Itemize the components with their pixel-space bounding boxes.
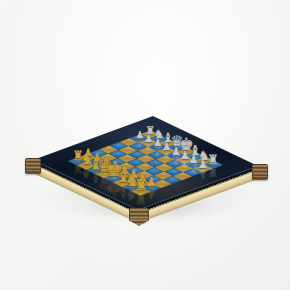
piece-reflection: ♜: [120, 191, 162, 206]
corner-foot-block: [252, 164, 268, 180]
pieces-layer: ♜♜♟♟♟♟♜♜♞♞♟♟♟♟♞♞♝♝♟♟♟♟♝♝♛♛♟♟♟♟♛♛♚♚♟♟♟♟♚♚…: [68, 131, 223, 196]
piece-glyph: ♜: [120, 177, 162, 192]
piece-glyph: ♟: [184, 158, 221, 169]
chess-set-scene: ♜♜♟♟♟♟♜♜♞♞♟♟♟♟♞♞♝♝♟♟♟♟♝♝♛♛♟♟♟♟♛♛♚♚♟♟♟♟♚♚…: [0, 0, 290, 290]
chess-set-photo: ♜♜♟♟♟♟♜♜♞♞♟♟♟♟♞♞♝♝♟♟♟♟♝♝♛♛♟♟♟♟♛♛♚♚♟♟♟♟♚♚…: [0, 0, 290, 290]
corner-foot-block: [25, 158, 41, 174]
